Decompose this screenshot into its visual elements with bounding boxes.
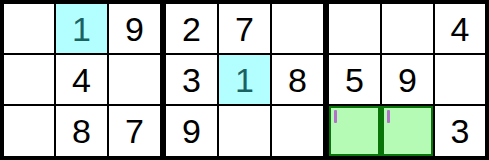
sudoku-cell-r1c8[interactable] — [382, 4, 435, 53]
sudoku-cell-r1c4[interactable]: 2 — [166, 4, 219, 53]
sudoku-cell-r3c1[interactable] — [4, 106, 56, 156]
pencil-mark-1 — [334, 110, 337, 123]
sudoku-cell-r2c2[interactable]: 4 — [56, 55, 109, 104]
cell-digit: 8 — [288, 63, 307, 97]
board-row-1: 1 9 2 7 4 — [4, 4, 485, 55]
sudoku-cell-r1c5[interactable]: 7 — [219, 4, 272, 53]
sudoku-board: 1 9 2 7 4 4 3 1 8 5 9 8 7 9 3 — [0, 0, 489, 160]
cell-digit: 1 — [72, 12, 91, 46]
sudoku-cell-r3c5[interactable] — [219, 106, 272, 156]
sudoku-cell-r1c3[interactable]: 9 — [109, 4, 166, 53]
cell-digit: 4 — [72, 63, 91, 97]
sudoku-cell-r2c1[interactable] — [4, 55, 56, 104]
cell-digit: 9 — [125, 12, 144, 46]
cell-digit: 4 — [451, 12, 470, 46]
sudoku-cell-r3c6[interactable] — [272, 106, 329, 156]
sudoku-cell-r2c6[interactable]: 8 — [272, 55, 329, 104]
sudoku-cell-r3c9[interactable]: 3 — [435, 106, 485, 156]
cell-digit: 2 — [182, 12, 201, 46]
cell-digit: 3 — [182, 63, 201, 97]
sudoku-cell-r2c3[interactable] — [109, 55, 166, 104]
sudoku-cell-r1c9[interactable]: 4 — [435, 4, 485, 53]
sudoku-cell-r3c4[interactable]: 9 — [166, 106, 219, 156]
board-row-3: 8 7 9 3 — [4, 106, 485, 156]
board-row-2: 4 3 1 8 5 9 — [4, 55, 485, 106]
sudoku-cell-r2c4[interactable]: 3 — [166, 55, 219, 104]
pencil-mark-1 — [387, 110, 390, 123]
cell-digit: 8 — [72, 114, 91, 148]
sudoku-cell-r3c7[interactable] — [329, 106, 382, 156]
sudoku-cell-r3c2[interactable]: 8 — [56, 106, 109, 156]
cell-digit: 1 — [235, 63, 254, 97]
sudoku-cell-r2c7[interactable]: 5 — [329, 55, 382, 104]
cell-digit: 7 — [125, 114, 144, 148]
sudoku-cell-r1c6[interactable] — [272, 4, 329, 53]
sudoku-cell-r2c8[interactable]: 9 — [382, 55, 435, 104]
sudoku-cell-r1c7[interactable] — [329, 4, 382, 53]
sudoku-cell-r1c2[interactable]: 1 — [56, 4, 109, 53]
sudoku-cell-r2c9[interactable] — [435, 55, 485, 104]
cell-digit: 5 — [345, 63, 364, 97]
sudoku-cell-r1c1[interactable] — [4, 4, 56, 53]
cell-digit: 9 — [182, 114, 201, 148]
sudoku-cell-r3c8[interactable] — [382, 106, 435, 156]
sudoku-cell-r2c5[interactable]: 1 — [219, 55, 272, 104]
cell-digit: 7 — [235, 12, 254, 46]
sudoku-cell-r3c3[interactable]: 7 — [109, 106, 166, 156]
cell-digit: 9 — [398, 63, 417, 97]
cell-digit: 3 — [451, 114, 470, 148]
